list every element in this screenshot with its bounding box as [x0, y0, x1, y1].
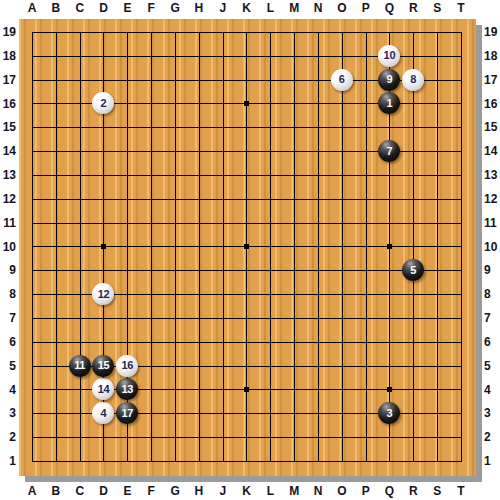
coordinate-label: A [20, 483, 44, 500]
coordinate-label: M [282, 483, 306, 500]
star-point [244, 244, 249, 249]
coordinate-label: 16 [0, 92, 16, 116]
coordinate-label: 19 [484, 20, 500, 44]
stone-white-O17[interactable]: 6 [331, 69, 353, 91]
coordinate-label: K [235, 0, 259, 17]
stone-white-D3[interactable]: 4 [92, 402, 114, 424]
coordinate-label: P [354, 483, 378, 500]
stone-move-number: 3 [387, 408, 393, 419]
star-point [387, 387, 392, 392]
stone-move-number: 16 [121, 360, 133, 371]
coordinate-label: Q [378, 0, 402, 17]
stone-black-E3[interactable]: 17 [116, 402, 138, 424]
coordinate-label: B [44, 483, 68, 500]
coordinate-label: T [449, 0, 473, 17]
coordinate-label: A [20, 0, 44, 17]
coordinate-label: 5 [0, 354, 16, 378]
coordinate-label: 19 [0, 20, 16, 44]
stone-white-D4[interactable]: 14 [92, 378, 114, 400]
coordinate-label: L [258, 483, 282, 500]
star-point [387, 244, 392, 249]
column-labels-top: ABCDEFGHJKLMNOPQRST [20, 0, 473, 17]
coordinate-label: E [116, 0, 140, 17]
stone-black-E4[interactable]: 13 [116, 378, 138, 400]
star-point [244, 387, 249, 392]
coordinate-label: R [401, 0, 425, 17]
coordinate-label: T [449, 483, 473, 500]
coordinate-label: 9 [484, 258, 500, 282]
coordinate-label: F [139, 483, 163, 500]
coordinate-label: C [68, 0, 92, 17]
coordinate-label: 8 [0, 282, 16, 306]
stone-black-C5[interactable]: 11 [69, 355, 91, 377]
coordinate-label: D [92, 483, 116, 500]
star-point [101, 244, 106, 249]
coordinate-label: 9 [0, 258, 16, 282]
star-point [244, 101, 249, 106]
stone-move-number: 14 [98, 384, 110, 395]
coordinate-label: N [306, 483, 330, 500]
coordinate-label: 12 [0, 187, 16, 211]
stone-white-E5[interactable]: 16 [116, 355, 138, 377]
coordinate-label: 8 [484, 282, 500, 306]
coordinate-label: 11 [484, 211, 500, 235]
coordinate-label: 18 [484, 44, 500, 68]
stone-move-number: 1 [387, 98, 393, 109]
coordinate-label: 10 [0, 235, 16, 259]
row-labels-right: 19181716151413121110987654321 [484, 20, 500, 473]
go-board-screenshot: ABCDEFGHJKLMNOPQRST ABCDEFGHJKLMNOPQRST … [0, 0, 500, 500]
coordinate-label: S [425, 483, 449, 500]
coordinate-label: 14 [0, 139, 16, 163]
coordinate-label: G [163, 483, 187, 500]
stone-black-Q17[interactable]: 9 [378, 69, 400, 91]
row-labels-left: 19181716151413121110987654321 [0, 20, 16, 473]
coordinate-label: 2 [484, 425, 500, 449]
stone-white-D16[interactable]: 2 [92, 92, 114, 114]
coordinate-label: M [282, 0, 306, 17]
stone-move-number: 4 [101, 408, 107, 419]
coordinate-label: 6 [484, 330, 500, 354]
coordinate-label: 16 [484, 92, 500, 116]
coordinate-label: C [68, 483, 92, 500]
coordinate-label: D [92, 0, 116, 17]
coordinate-label: 5 [484, 354, 500, 378]
coordinate-label: 4 [0, 378, 16, 402]
coordinate-label: 13 [484, 163, 500, 187]
coordinate-label: 3 [484, 401, 500, 425]
stone-move-number: 17 [121, 408, 133, 419]
coordinate-label: 2 [0, 425, 16, 449]
coordinate-label: 17 [0, 68, 16, 92]
coordinate-label: O [330, 483, 354, 500]
coordinate-label: 6 [0, 330, 16, 354]
coordinate-label: H [187, 0, 211, 17]
stone-move-number: 7 [387, 146, 393, 157]
stone-black-Q16[interactable]: 1 [378, 92, 400, 114]
coordinate-label: E [116, 483, 140, 500]
stone-black-R9[interactable]: 5 [402, 259, 424, 281]
stone-move-number: 6 [339, 74, 345, 85]
coordinate-label: Q [378, 483, 402, 500]
stone-black-Q14[interactable]: 7 [378, 140, 400, 162]
coordinate-label: F [139, 0, 163, 17]
stone-white-Q18[interactable]: 10 [378, 45, 400, 67]
stone-move-number: 10 [384, 50, 396, 61]
goban[interactable]: 1234567891011121314151617 [19, 19, 476, 476]
coordinate-label: 18 [0, 44, 16, 68]
coordinate-label: P [354, 0, 378, 17]
column-labels-bottom: ABCDEFGHJKLMNOPQRST [20, 483, 473, 500]
board-cells[interactable]: 1234567891011121314151617 [20, 20, 473, 473]
coordinate-label: 10 [484, 235, 500, 259]
coordinate-label: N [306, 0, 330, 17]
coordinate-label: K [235, 483, 259, 500]
stone-move-number: 12 [98, 289, 110, 300]
coordinate-label: 14 [484, 139, 500, 163]
stone-move-number: 13 [121, 384, 133, 395]
stone-move-number: 15 [98, 360, 110, 371]
coordinate-label: 1 [484, 449, 500, 473]
coordinate-label: 12 [484, 187, 500, 211]
coordinate-label: 7 [484, 306, 500, 330]
stone-black-Q3[interactable]: 3 [378, 402, 400, 424]
coordinate-label: S [425, 0, 449, 17]
stone-white-R17[interactable]: 8 [402, 69, 424, 91]
coordinate-label: 7 [0, 306, 16, 330]
coordinate-label: G [163, 0, 187, 17]
stone-white-D8[interactable]: 12 [92, 283, 114, 305]
stone-move-number: 2 [101, 98, 107, 109]
coordinate-label: L [258, 0, 282, 17]
coordinate-label: 13 [0, 163, 16, 187]
coordinate-label: J [211, 0, 235, 17]
coordinate-label: H [187, 483, 211, 500]
coordinate-label: 15 [484, 116, 500, 140]
stone-move-number: 11 [74, 360, 85, 371]
coordinate-label: O [330, 0, 354, 17]
coordinate-label: 4 [484, 378, 500, 402]
coordinate-label: J [211, 483, 235, 500]
coordinate-label: 11 [0, 211, 16, 235]
stone-black-D5[interactable]: 15 [92, 355, 114, 377]
coordinate-label: R [401, 483, 425, 500]
stone-move-number: 8 [410, 74, 416, 85]
stone-move-number: 5 [410, 265, 416, 276]
stone-move-number: 9 [387, 74, 393, 85]
coordinate-label: 15 [0, 116, 16, 140]
coordinate-label: B [44, 0, 68, 17]
coordinate-label: 17 [484, 68, 500, 92]
coordinate-label: 1 [0, 449, 16, 473]
coordinate-label: 3 [0, 401, 16, 425]
